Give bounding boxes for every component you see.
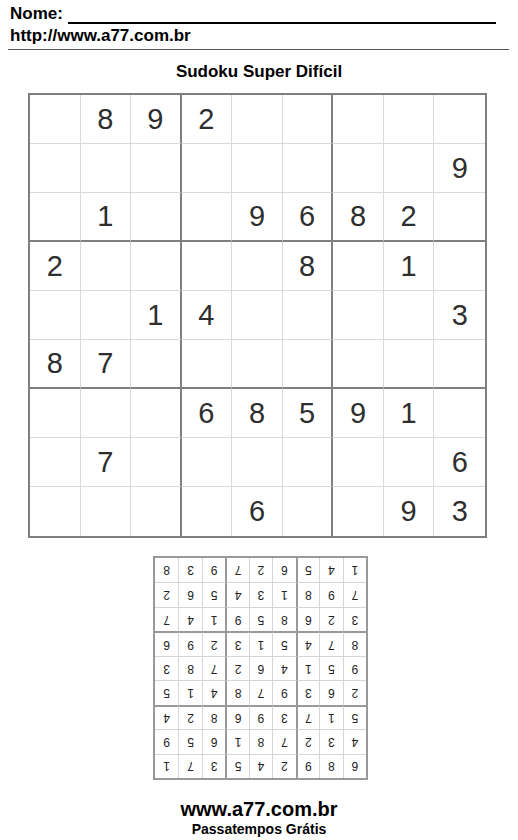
sudoku-cell[interactable] (81, 242, 132, 291)
solution-cell: 4 (155, 705, 178, 729)
solution-cell: 4 (249, 754, 272, 778)
solution-cell: 1 (319, 705, 342, 729)
solution-cell: 9 (202, 558, 225, 582)
solution-cell: 8 (202, 705, 225, 729)
sudoku-cell[interactable]: 1 (384, 389, 435, 438)
sudoku-cell[interactable]: 6 (182, 389, 233, 438)
sudoku-cell[interactable] (81, 144, 132, 193)
sudoku-cell[interactable] (333, 438, 384, 487)
solution-cell: 2 (296, 729, 319, 753)
solution-cell: 7 (202, 656, 225, 680)
sudoku-cell[interactable]: 7 (81, 340, 132, 389)
sudoku-cell[interactable] (131, 438, 182, 487)
sudoku-cell[interactable]: 3 (434, 291, 485, 340)
solution-cell: 8 (319, 754, 342, 778)
sudoku-cell[interactable] (30, 487, 81, 536)
sudoku-cell[interactable] (232, 95, 283, 144)
sudoku-cell[interactable] (30, 193, 81, 242)
sudoku-cell[interactable]: 2 (384, 193, 435, 242)
sudoku-cell[interactable] (283, 487, 334, 536)
footer-site-text: www.a77.com.br (0, 798, 518, 821)
solution-cell: 8 (155, 558, 178, 582)
solution-cell: 5 (155, 680, 178, 704)
solution-cell: 9 (249, 705, 272, 729)
sudoku-cell[interactable] (333, 144, 384, 193)
solution-cell: 9 (155, 729, 178, 753)
sudoku-cell[interactable] (283, 340, 334, 389)
sudoku-cell[interactable] (283, 144, 334, 193)
solution-cell: 4 (178, 607, 201, 631)
sudoku-cell[interactable] (384, 144, 435, 193)
solution-cell: 2 (249, 558, 272, 582)
sudoku-cell[interactable] (131, 144, 182, 193)
solution-cell: 6 (296, 607, 319, 631)
solution-cell: 3 (272, 705, 295, 729)
solution-cell: 3 (296, 680, 319, 704)
sudoku-cell[interactable]: 3 (434, 487, 485, 536)
site-url-text: http://www.a77.com.br (10, 26, 191, 46)
solution-cell: 7 (155, 607, 178, 631)
solution-cell: 1 (178, 680, 201, 704)
solution-cell: 5 (343, 705, 366, 729)
solution-cell: 3 (225, 631, 248, 655)
solution-cell: 2 (155, 582, 178, 606)
sudoku-cell[interactable] (333, 340, 384, 389)
sudoku-cell[interactable] (384, 438, 435, 487)
sudoku-cell[interactable]: 2 (182, 95, 233, 144)
solution-cell: 6 (249, 656, 272, 680)
sudoku-cell[interactable] (182, 193, 233, 242)
solution-cell: 1 (272, 582, 295, 606)
solution-grid: 6892453714327816595173968242639784159514… (153, 556, 368, 780)
solution-cell: 5 (249, 607, 272, 631)
solution-cell: 2 (272, 754, 295, 778)
sudoku-cell[interactable]: 9 (384, 487, 435, 536)
solution-cell: 7 (343, 582, 366, 606)
sudoku-cell[interactable] (131, 242, 182, 291)
sudoku-cell[interactable] (182, 340, 233, 389)
solution-cell: 9 (343, 656, 366, 680)
sudoku-cell[interactable]: 9 (333, 389, 384, 438)
sudoku-cell[interactable]: 9 (131, 95, 182, 144)
sudoku-cell[interactable]: 2 (30, 242, 81, 291)
sudoku-cell[interactable]: 5 (283, 389, 334, 438)
sudoku-cell[interactable]: 4 (182, 291, 233, 340)
solution-cell: 4 (202, 680, 225, 704)
solution-cell: 1 (249, 631, 272, 655)
sudoku-cell[interactable] (283, 291, 334, 340)
solution-cell: 8 (178, 656, 201, 680)
solution-cell: 6 (343, 754, 366, 778)
header-divider (8, 49, 509, 50)
name-label: Nome: (10, 4, 63, 24)
solution-cell: 3 (178, 558, 201, 582)
sudoku-cell[interactable]: 8 (283, 242, 334, 291)
solution-cell: 7 (178, 754, 201, 778)
solution-cell: 2 (202, 631, 225, 655)
sudoku-cell[interactable] (434, 193, 485, 242)
sudoku-cell[interactable] (30, 144, 81, 193)
sudoku-cell[interactable] (81, 389, 132, 438)
sudoku-cell[interactable] (384, 340, 435, 389)
sudoku-cell[interactable] (232, 242, 283, 291)
sudoku-cell[interactable] (232, 438, 283, 487)
sudoku-cell[interactable] (81, 487, 132, 536)
sudoku-cell[interactable]: 6 (283, 193, 334, 242)
solution-cell: 7 (272, 729, 295, 753)
sudoku-cell[interactable] (434, 95, 485, 144)
solution-cell: 6 (225, 705, 248, 729)
sudoku-cell[interactable] (131, 340, 182, 389)
page-title: Sudoku Super Difícil (0, 62, 518, 82)
sudoku-cell[interactable] (232, 144, 283, 193)
sudoku-cell[interactable] (131, 487, 182, 536)
sudoku-cell[interactable] (81, 291, 132, 340)
sudoku-cell[interactable]: 8 (81, 95, 132, 144)
solution-cell: 6 (178, 582, 201, 606)
solution-cell: 8 (343, 631, 366, 655)
footer-tagline: Passatempos Grátis (0, 821, 518, 837)
sudoku-cell[interactable] (182, 487, 233, 536)
solution-cell: 4 (296, 631, 319, 655)
sudoku-cell[interactable] (131, 389, 182, 438)
solution-cell: 4 (319, 558, 342, 582)
solution-cell: 5 (272, 631, 295, 655)
solution-cell: 1 (296, 656, 319, 680)
solution-cell: 8 (225, 680, 248, 704)
sudoku-cell[interactable]: 6 (232, 487, 283, 536)
solution-cell: 6 (319, 680, 342, 704)
solution-cell: 9 (296, 754, 319, 778)
sudoku-cell[interactable] (283, 438, 334, 487)
sudoku-cell[interactable] (131, 193, 182, 242)
solution-cell: 8 (249, 729, 272, 753)
sudoku-cell[interactable] (232, 291, 283, 340)
sudoku-cell[interactable] (333, 291, 384, 340)
sudoku-cell[interactable] (434, 340, 485, 389)
solution-cell: 4 (272, 656, 295, 680)
name-write-line (68, 2, 496, 24)
solution-cell: 2 (225, 656, 248, 680)
sudoku-cell[interactable]: 7 (81, 438, 132, 487)
sudoku-cell[interactable] (333, 242, 384, 291)
solution-cell: 9 (178, 631, 201, 655)
solution-cell: 7 (296, 705, 319, 729)
sudoku-cell[interactable] (182, 242, 233, 291)
solution-cell: 2 (319, 607, 342, 631)
sudoku-cell[interactable] (30, 291, 81, 340)
sudoku-cell[interactable] (384, 291, 435, 340)
sudoku-cell[interactable] (30, 438, 81, 487)
sudoku-cell[interactable]: 8 (333, 193, 384, 242)
sudoku-cell[interactable]: 6 (434, 438, 485, 487)
sudoku-cell[interactable]: 1 (81, 193, 132, 242)
solution-cell: 4 (343, 729, 366, 753)
sudoku-cell[interactable] (283, 95, 334, 144)
sudoku-cell[interactable] (30, 95, 81, 144)
solution-cell: 3 (343, 607, 366, 631)
puzzle-grid: 892919682281143876859176693 (28, 93, 487, 538)
solution-cell: 1 (155, 754, 178, 778)
sudoku-cell[interactable] (434, 242, 485, 291)
solution-cell: 6 (202, 729, 225, 753)
sudoku-cell[interactable]: 9 (232, 193, 283, 242)
solution-cell: 5 (225, 754, 248, 778)
solution-cell: 6 (272, 558, 295, 582)
solution-cell: 5 (202, 582, 225, 606)
solution-cell: 6 (155, 631, 178, 655)
sudoku-cell[interactable] (232, 340, 283, 389)
solution-cell: 5 (296, 558, 319, 582)
sudoku-cell[interactable]: 1 (131, 291, 182, 340)
solution-cell: 9 (225, 607, 248, 631)
sudoku-cell[interactable] (384, 95, 435, 144)
solution-cell: 3 (202, 754, 225, 778)
sudoku-cell[interactable] (333, 95, 384, 144)
sudoku-cell[interactable]: 8 (30, 340, 81, 389)
solution-cell: 7 (319, 631, 342, 655)
solution-cell: 2 (343, 680, 366, 704)
solution-cell: 1 (343, 558, 366, 582)
sudoku-cell[interactable] (30, 389, 81, 438)
solution-cell: 5 (319, 656, 342, 680)
solution-cell: 1 (202, 607, 225, 631)
solution-cell: 8 (296, 582, 319, 606)
sudoku-cell[interactable]: 1 (384, 242, 435, 291)
solution-cell: 1 (225, 729, 248, 753)
solution-cell: 9 (319, 582, 342, 606)
sudoku-cell[interactable] (182, 144, 233, 193)
sudoku-cell[interactable]: 8 (232, 389, 283, 438)
solution-cell: 3 (319, 729, 342, 753)
sudoku-cell[interactable] (434, 389, 485, 438)
solution-cell: 7 (249, 680, 272, 704)
sudoku-cell[interactable] (182, 438, 233, 487)
solution-cell: 3 (155, 656, 178, 680)
solution-cell: 8 (272, 607, 295, 631)
solution-cell: 3 (249, 582, 272, 606)
sudoku-cell[interactable]: 9 (434, 144, 485, 193)
solution-cell: 5 (178, 729, 201, 753)
solution-cell: 2 (178, 705, 201, 729)
sudoku-cell[interactable] (333, 487, 384, 536)
solution-cell: 9 (272, 680, 295, 704)
solution-cell: 7 (225, 558, 248, 582)
solution-cell: 4 (225, 582, 248, 606)
